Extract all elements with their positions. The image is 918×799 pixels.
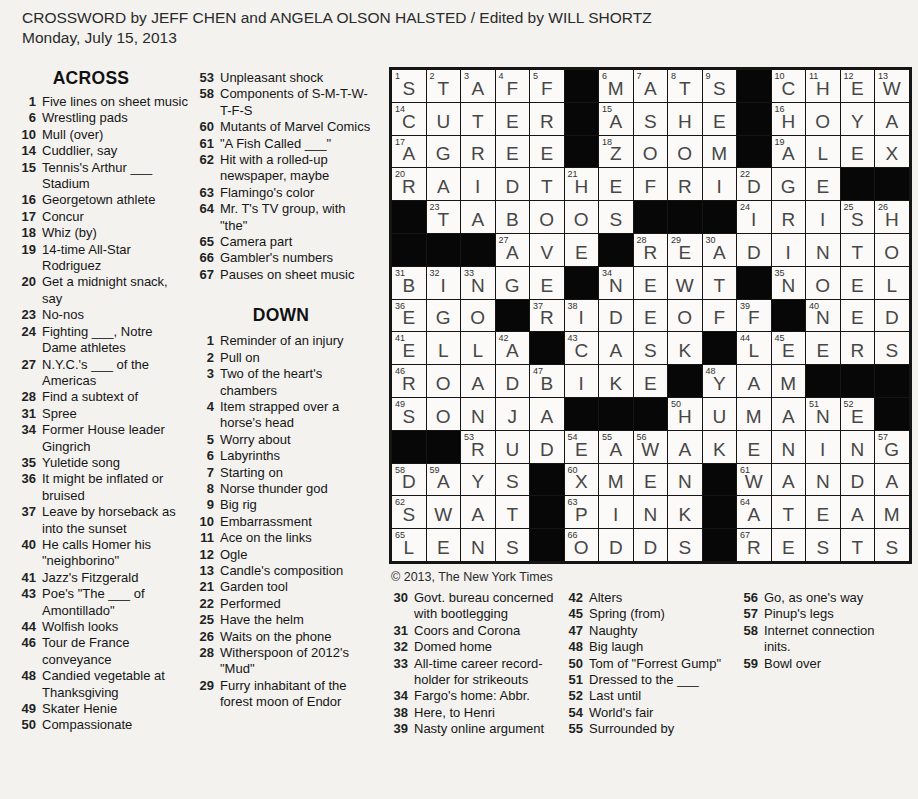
cell-letter: R <box>461 439 495 461</box>
grid-cell[interactable]: 20R <box>392 168 426 200</box>
grid-cell[interactable]: 61W <box>737 464 771 496</box>
cell-letter: S <box>392 406 426 428</box>
grid-cell[interactable]: I <box>565 365 599 397</box>
cell-letter: G <box>496 275 530 297</box>
grid-cell[interactable]: T <box>530 168 564 200</box>
grid-cell[interactable]: K <box>703 431 737 463</box>
clue-number: 4 <box>194 399 214 432</box>
cell-letter: N <box>461 406 495 428</box>
grid-cell[interactable]: O <box>806 267 840 299</box>
grid-cell[interactable]: R <box>668 168 702 200</box>
cell-letter: W <box>634 439 668 461</box>
grid-cell[interactable]: 40N <box>806 300 840 332</box>
grid-cell[interactable]: T <box>772 496 806 528</box>
grid-cell[interactable]: 48Y <box>703 365 737 397</box>
clue-text: Starting on <box>220 465 376 481</box>
grid-cell[interactable]: I <box>703 168 737 200</box>
grid-cell[interactable]: N <box>461 398 495 430</box>
cell-letter: S <box>841 209 875 231</box>
grid-cell[interactable]: T <box>461 103 495 135</box>
grid-cell[interactable]: N <box>772 431 806 463</box>
black-cell <box>392 201 426 233</box>
clue-number: 1 <box>194 333 214 349</box>
grid-cell[interactable]: 16H <box>772 103 806 135</box>
grid-cell[interactable]: G <box>772 168 806 200</box>
clue-text: Tour de France conveyance <box>42 635 190 668</box>
black-cell <box>565 70 599 102</box>
grid-cell[interactable]: 12E <box>841 70 875 102</box>
grid-cell[interactable]: 26H <box>875 201 909 233</box>
grid-cell[interactable]: W <box>427 496 461 528</box>
clue-down-48: 48Big laugh <box>563 639 729 655</box>
grid-cell[interactable]: M <box>599 464 633 496</box>
cell-letter: T <box>496 504 530 526</box>
grid-cell[interactable]: I <box>806 431 840 463</box>
cell-letter: A <box>737 373 771 395</box>
clue-number: 10 <box>194 514 214 530</box>
grid-cell[interactable]: 65L <box>392 529 426 561</box>
cell-letter: E <box>634 307 668 329</box>
down-clues-column-3: 56Go, as one's way57Pinup's legs58Intern… <box>738 590 880 672</box>
black-cell <box>427 431 461 463</box>
grid-cell[interactable]: A <box>599 332 633 364</box>
black-cell <box>772 300 806 332</box>
clue-number: 57 <box>738 606 758 622</box>
grid-cell[interactable]: F <box>703 300 737 332</box>
down-clue-list-continued: 42Alters45Spring (from)47Naughty48Big la… <box>563 590 729 738</box>
grid-cell[interactable]: 27A <box>496 234 530 266</box>
grid-cell[interactable]: D <box>737 234 771 266</box>
clue-text: Garden tool <box>220 579 376 595</box>
cell-letter: U <box>427 111 461 133</box>
cell-letter: M <box>703 143 737 165</box>
grid-cell[interactable]: D <box>530 431 564 463</box>
grid-cell[interactable]: S <box>496 464 530 496</box>
grid-cell[interactable]: 47B <box>530 365 564 397</box>
clue-down-12: 12Ogle <box>194 547 376 563</box>
clue-across-10: 10Mull (over) <box>16 127 190 143</box>
grid-cell[interactable]: A <box>875 103 909 135</box>
grid-cell[interactable]: O <box>634 136 668 168</box>
grid-cell[interactable]: I <box>772 234 806 266</box>
clue-text: Pinup's legs <box>764 606 880 622</box>
grid-cell[interactable]: 50H <box>668 398 702 430</box>
grid-cell[interactable]: 39F <box>737 300 771 332</box>
grid-cell[interactable]: 28R <box>634 234 668 266</box>
clue-across-18: 18Whiz (by) <box>16 225 190 241</box>
clue-text: Two of the heart's chambers <box>220 366 376 399</box>
grid-cell[interactable]: N <box>634 496 668 528</box>
grid-cell[interactable]: E <box>841 300 875 332</box>
grid-cell[interactable]: F <box>634 168 668 200</box>
grid-cell[interactable]: O <box>530 201 564 233</box>
grid-cell[interactable]: D <box>875 300 909 332</box>
cell-letter: A <box>875 471 909 493</box>
grid-cell[interactable]: E <box>634 464 668 496</box>
down-clue-list-continued: 56Go, as one's way57Pinup's legs58Intern… <box>738 590 880 672</box>
grid-cell[interactable]: 19A <box>772 136 806 168</box>
grid-cell[interactable]: 3A <box>461 70 495 102</box>
cell-letter: A <box>772 406 806 428</box>
grid-cell[interactable]: 5F <box>530 70 564 102</box>
grid-cell[interactable]: M <box>737 398 771 430</box>
grid-cell[interactable]: E <box>530 267 564 299</box>
cell-letter: O <box>634 143 668 165</box>
grid-cell[interactable]: U <box>496 431 530 463</box>
grid-cell[interactable]: S <box>634 332 668 364</box>
grid-cell[interactable]: Y <box>841 103 875 135</box>
grid-cell[interactable]: A <box>461 201 495 233</box>
grid-cell[interactable]: L <box>427 332 461 364</box>
clue-number: 36 <box>16 471 36 504</box>
grid-cell[interactable]: 63P <box>565 496 599 528</box>
clue-number: 33 <box>388 656 408 689</box>
clue-text: Leave by horseback as into the sunset <box>42 504 190 537</box>
grid-cell[interactable]: E <box>634 365 668 397</box>
clue-text: Domed home <box>414 639 560 655</box>
grid-cell[interactable]: 33N <box>461 267 495 299</box>
clue-text: Here, to Henri <box>414 705 560 721</box>
grid-cell[interactable]: V <box>530 234 564 266</box>
grid-cell[interactable]: T <box>841 529 875 561</box>
grid-cell[interactable]: D <box>841 464 875 496</box>
grid-cell[interactable]: 30A <box>703 234 737 266</box>
grid-cell[interactable]: I <box>461 168 495 200</box>
cell-letter: D <box>737 242 771 264</box>
grid-cell[interactable]: S <box>875 529 909 561</box>
grid-cell[interactable]: K <box>599 365 633 397</box>
grid-cell[interactable]: U <box>427 103 461 135</box>
clue-down-45: 45Spring (from) <box>563 606 729 622</box>
grid-cell[interactable]: N <box>806 234 840 266</box>
grid-cell[interactable]: 52E <box>841 398 875 430</box>
grid-cell[interactable]: R <box>841 332 875 364</box>
grid-cell[interactable]: R <box>461 136 495 168</box>
clue-text: Yuletide song <box>42 455 190 471</box>
grid-cell[interactable]: A <box>841 496 875 528</box>
grid-cell[interactable]: J <box>496 398 530 430</box>
black-cell <box>668 365 702 397</box>
grid-cell[interactable]: S <box>634 103 668 135</box>
cell-letter: A <box>841 504 875 526</box>
grid-cell[interactable]: S <box>806 529 840 561</box>
grid-cell[interactable]: 57G <box>875 431 909 463</box>
grid-cell[interactable]: A <box>772 464 806 496</box>
clue-text: Camera part <box>220 234 376 250</box>
grid-cell[interactable]: M <box>875 496 909 528</box>
black-cell <box>392 431 426 463</box>
cell-letter: S <box>703 78 737 100</box>
grid-cell[interactable]: K <box>668 496 702 528</box>
cell-letter: N <box>806 406 840 428</box>
down-clues-column-1: 30Govt. bureau concerned with bootleggin… <box>388 590 560 738</box>
clue-number: 42 <box>563 590 583 606</box>
grid-cell[interactable]: A <box>772 398 806 430</box>
cell-letter: M <box>599 78 633 100</box>
clue-across-62: 62Hit with a rolled-up newspaper, maybe <box>194 152 376 185</box>
cell-letter: I <box>565 373 599 395</box>
grid-cell[interactable]: D <box>496 168 530 200</box>
grid-cell[interactable]: M <box>772 365 806 397</box>
cell-letter: E <box>841 78 875 100</box>
grid-cell[interactable]: A <box>668 431 702 463</box>
grid-cell[interactable]: 32I <box>427 267 461 299</box>
cell-letter: E <box>496 143 530 165</box>
page-header: CROSSWORD by JEFF CHEN and ANGELA OLSON … <box>22 8 652 48</box>
grid-cell[interactable]: E <box>806 496 840 528</box>
grid-cell[interactable]: A <box>427 168 461 200</box>
clue-number: 66 <box>194 250 214 266</box>
clue-down-3: 3Two of the heart's chambers <box>194 366 376 399</box>
grid-cell[interactable]: N <box>668 464 702 496</box>
grid-cell[interactable]: S <box>599 201 633 233</box>
cell-letter: S <box>875 537 909 559</box>
grid-cell[interactable]: 23T <box>427 201 461 233</box>
grid-cell[interactable]: A <box>737 365 771 397</box>
grid-cell[interactable]: E <box>737 431 771 463</box>
grid-cell[interactable]: E <box>703 103 737 135</box>
grid-cell[interactable]: 53R <box>461 431 495 463</box>
grid-cell[interactable]: 67R <box>737 529 771 561</box>
cell-letter: W <box>737 471 771 493</box>
grid-cell[interactable]: 22D <box>737 168 771 200</box>
grid-cell[interactable]: O <box>875 234 909 266</box>
grid-cell[interactable]: R <box>530 103 564 135</box>
grid-cell[interactable]: L <box>806 136 840 168</box>
grid-cell[interactable]: 41E <box>392 332 426 364</box>
black-cell <box>875 398 909 430</box>
grid-cell[interactable]: D <box>599 529 633 561</box>
grid-cell[interactable]: 7A <box>634 70 668 102</box>
clue-down-1: 1Reminder of an injury <box>194 333 376 349</box>
grid-cell[interactable]: U <box>703 398 737 430</box>
grid-cell[interactable]: 15A <box>599 103 633 135</box>
grid-cell[interactable]: 18Z <box>599 136 633 168</box>
cell-letter: D <box>496 176 530 198</box>
cell-letter: A <box>496 242 530 264</box>
cell-letter: E <box>634 471 668 493</box>
clue-text: It might be inflated or bruised <box>42 471 190 504</box>
grid-cell[interactable]: D <box>599 300 633 332</box>
grid-cell[interactable]: E <box>772 529 806 561</box>
cell-letter: A <box>461 373 495 395</box>
black-cell <box>737 267 771 299</box>
grid-cell[interactable]: G <box>496 267 530 299</box>
grid-cell[interactable]: D <box>496 365 530 397</box>
cell-letter: E <box>427 537 461 559</box>
grid-cell[interactable]: O <box>806 103 840 135</box>
clue-text: Candle's composition <box>220 563 376 579</box>
grid-cell[interactable]: E <box>806 332 840 364</box>
grid-cell[interactable]: E <box>806 168 840 200</box>
grid-cell[interactable]: 60X <box>565 464 599 496</box>
grid-cell[interactable]: 51N <box>806 398 840 430</box>
black-cell <box>703 332 737 364</box>
clue-number: 14 <box>16 143 36 159</box>
grid-cell[interactable]: N <box>806 464 840 496</box>
clue-text: Ogle <box>220 547 376 563</box>
grid-cell[interactable]: 17A <box>392 136 426 168</box>
clue-number: 25 <box>194 612 214 628</box>
grid-cell[interactable]: W <box>668 267 702 299</box>
grid-cell[interactable]: 10C <box>772 70 806 102</box>
clue-text: Tom of "Forrest Gump" <box>589 656 729 672</box>
grid-cell[interactable]: I <box>599 496 633 528</box>
grid-cell[interactable]: 11H <box>806 70 840 102</box>
grid-cell[interactable]: 9S <box>703 70 737 102</box>
grid-cell[interactable]: 8T <box>668 70 702 102</box>
cell-letter: G <box>427 143 461 165</box>
grid-cell[interactable]: O <box>668 136 702 168</box>
grid-cell[interactable]: 31B <box>392 267 426 299</box>
grid-cell[interactable]: 46R <box>392 365 426 397</box>
clue-number: 53 <box>194 70 214 86</box>
clue-down-31: 31Coors and Corona <box>388 623 560 639</box>
grid-cell[interactable]: 6M <box>599 70 633 102</box>
cell-letter: E <box>772 537 806 559</box>
cell-letter: A <box>427 471 461 493</box>
grid-cell[interactable]: 37R <box>530 300 564 332</box>
clue-text: Norse thunder god <box>220 481 376 497</box>
clue-number: 44 <box>16 619 36 635</box>
grid-cell[interactable]: L <box>461 332 495 364</box>
grid-cell[interactable]: A <box>530 398 564 430</box>
grid-cell[interactable]: E <box>565 234 599 266</box>
grid-cell[interactable]: 59A <box>427 464 461 496</box>
grid-cell[interactable]: S <box>875 332 909 364</box>
grid-cell[interactable]: 14C <box>392 103 426 135</box>
clue-text: Fargo's home: Abbr. <box>414 688 560 704</box>
grid-cell[interactable]: E <box>496 103 530 135</box>
clue-across-63: 63Flamingo's color <box>194 185 376 201</box>
grid-cell[interactable]: 29E <box>668 234 702 266</box>
grid-cell[interactable]: 38I <box>565 300 599 332</box>
cell-letter: O <box>565 537 599 559</box>
clue-down-9: 9Big rig <box>194 497 376 513</box>
grid-cell[interactable]: E <box>530 136 564 168</box>
cell-letter: N <box>772 275 806 297</box>
grid-cell[interactable]: G <box>427 300 461 332</box>
grid-cell[interactable]: E <box>841 136 875 168</box>
grid-cell[interactable]: Y <box>461 464 495 496</box>
clue-number: 49 <box>16 701 36 717</box>
clue-across-35: 35Yuletide song <box>16 455 190 471</box>
cell-letter: A <box>461 78 495 100</box>
grid-cell[interactable]: 54E <box>565 431 599 463</box>
grid-cell[interactable]: N <box>841 431 875 463</box>
cell-letter: T <box>461 111 495 133</box>
grid-cell[interactable]: 34N <box>599 267 633 299</box>
clue-number: 37 <box>16 504 36 537</box>
clue-number: 55 <box>563 721 583 737</box>
grid-cell[interactable]: E <box>496 136 530 168</box>
grid-cell[interactable]: A <box>875 464 909 496</box>
clue-across-60: 60Mutants of Marvel Comics <box>194 119 376 135</box>
grid-cell[interactable]: E <box>841 267 875 299</box>
grid-cell[interactable]: I <box>806 201 840 233</box>
grid-cell[interactable]: 13W <box>875 70 909 102</box>
grid-cell[interactable]: R <box>772 201 806 233</box>
grid-cell[interactable]: E <box>427 529 461 561</box>
grid-cell[interactable]: 66O <box>565 529 599 561</box>
grid-cell[interactable]: D <box>634 529 668 561</box>
grid-cell[interactable]: A <box>461 496 495 528</box>
grid-cell[interactable]: S <box>496 529 530 561</box>
grid-cell[interactable]: 43C <box>565 332 599 364</box>
grid-cell[interactable]: T <box>703 267 737 299</box>
grid-cell[interactable]: O <box>427 398 461 430</box>
grid-cell[interactable]: K <box>668 332 702 364</box>
clue-down-50: 50Tom of "Forrest Gump" <box>563 656 729 672</box>
cell-letter: G <box>427 307 461 329</box>
grid-cell[interactable]: 25S <box>841 201 875 233</box>
grid-cell[interactable]: 56W <box>634 431 668 463</box>
grid-cell[interactable]: O <box>461 300 495 332</box>
grid-cell[interactable]: L <box>875 267 909 299</box>
grid-cell[interactable]: 45E <box>772 332 806 364</box>
grid-cell[interactable]: S <box>668 529 702 561</box>
grid-cell[interactable]: 4F <box>496 70 530 102</box>
cell-letter: E <box>565 439 599 461</box>
clue-text: Hit with a rolled-up newspaper, maybe <box>220 152 376 185</box>
grid-cell[interactable]: 2T <box>427 70 461 102</box>
grid-cell[interactable]: 62S <box>392 496 426 528</box>
grid-cell[interactable]: M <box>703 136 737 168</box>
grid-cell[interactable]: O <box>668 300 702 332</box>
cell-letter: D <box>599 307 633 329</box>
grid-cell[interactable]: A <box>461 365 495 397</box>
grid-cell[interactable]: T <box>841 234 875 266</box>
grid-cell[interactable]: 64A <box>737 496 771 528</box>
clue-across-28: 28Find a subtext of <box>16 389 190 405</box>
cell-letter: D <box>875 307 909 329</box>
grid-cell[interactable]: 21H <box>565 168 599 200</box>
down-clue-list: 1Reminder of an injury2Pull on3Two of th… <box>194 333 376 710</box>
grid-cell[interactable]: O <box>565 201 599 233</box>
cell-letter: I <box>565 307 599 329</box>
grid-cell[interactable]: 49S <box>392 398 426 430</box>
grid-cell[interactable]: E <box>634 300 668 332</box>
grid-cell[interactable]: 55A <box>599 431 633 463</box>
grid-cell[interactable]: X <box>875 136 909 168</box>
across-clues-column: ACROSS 1Five lines on sheet music6Wrestl… <box>16 68 190 734</box>
grid-cell[interactable]: 35N <box>772 267 806 299</box>
grid-cell[interactable]: G <box>427 136 461 168</box>
cell-letter: E <box>530 143 564 165</box>
grid-cell[interactable]: T <box>496 496 530 528</box>
grid-cell[interactable]: 36E <box>392 300 426 332</box>
cell-letter: M <box>875 504 909 526</box>
black-cell <box>565 267 599 299</box>
grid-cell[interactable]: B <box>496 201 530 233</box>
cell-letter: N <box>772 439 806 461</box>
grid-cell[interactable]: 1S <box>392 70 426 102</box>
cell-letter: C <box>565 340 599 362</box>
clue-text: Gambler's numbers <box>220 250 376 266</box>
cell-letter: C <box>392 111 426 133</box>
clue-across-41: 41Jazz's Fitzgerald <box>16 570 190 586</box>
grid-cell[interactable]: H <box>668 103 702 135</box>
grid-cell[interactable]: 44L <box>737 332 771 364</box>
grid-cell[interactable]: E <box>634 267 668 299</box>
clue-text: Poe's "The ___ of Amontillado" <box>42 586 190 619</box>
grid-cell[interactable]: 58D <box>392 464 426 496</box>
grid-cell[interactable]: O <box>427 365 461 397</box>
grid-cell[interactable]: N <box>461 529 495 561</box>
grid-cell[interactable]: E <box>599 168 633 200</box>
grid-cell[interactable]: 24I <box>737 201 771 233</box>
grid-cell[interactable]: 42A <box>496 332 530 364</box>
